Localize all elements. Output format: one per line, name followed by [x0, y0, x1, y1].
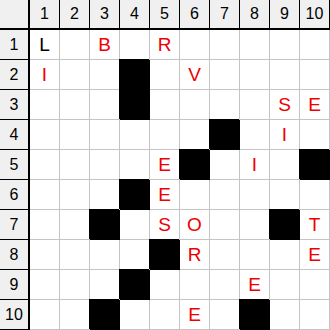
- cell-r10c2[interactable]: [60, 300, 90, 330]
- cell-r9c8[interactable]: E: [240, 270, 270, 300]
- row-header-2: 2: [0, 60, 30, 90]
- cell-r4c9[interactable]: I: [270, 120, 300, 150]
- cell-r2c8[interactable]: [240, 60, 270, 90]
- col-header-6: 6: [180, 0, 210, 30]
- cell-r8c2[interactable]: [60, 240, 90, 270]
- puzzle-board: 123456789101LBR2IV3SE4I5EI6E7SOT8RE9E10E: [0, 0, 330, 330]
- cell-r6c8[interactable]: [240, 180, 270, 210]
- cell-r4c5[interactable]: [150, 120, 180, 150]
- cell-r6c10[interactable]: [300, 180, 330, 210]
- cell-r3c3[interactable]: [90, 90, 120, 120]
- cell-r5c4[interactable]: [120, 150, 150, 180]
- row-header-4: 4: [0, 120, 30, 150]
- cell-r6c3[interactable]: [90, 180, 120, 210]
- cell-r3c6[interactable]: [180, 90, 210, 120]
- cell-r6c7[interactable]: [210, 180, 240, 210]
- row-header-10: 10: [0, 300, 30, 330]
- cell-r2c9[interactable]: [270, 60, 300, 90]
- row-header-1: 1: [0, 30, 30, 60]
- cell-r4c8[interactable]: [240, 120, 270, 150]
- block-r4c7: [210, 120, 240, 150]
- cell-r1c3[interactable]: B: [90, 30, 120, 60]
- cell-r9c6[interactable]: [180, 270, 210, 300]
- cell-r10c1[interactable]: [30, 300, 60, 330]
- cell-r4c6[interactable]: [180, 120, 210, 150]
- cell-r6c6[interactable]: [180, 180, 210, 210]
- cell-r1c4[interactable]: [120, 30, 150, 60]
- block-r5c6: [180, 150, 210, 180]
- cell-r8c7[interactable]: [210, 240, 240, 270]
- col-header-3: 3: [90, 0, 120, 30]
- block-r10c3: [90, 300, 120, 330]
- block-r6c4: [120, 180, 150, 210]
- cell-r9c10[interactable]: [300, 270, 330, 300]
- cell-r2c10[interactable]: [300, 60, 330, 90]
- row-header-6: 6: [0, 180, 30, 210]
- cell-r8c3[interactable]: [90, 240, 120, 270]
- block-r5c10: [300, 150, 330, 180]
- cell-r9c5[interactable]: [150, 270, 180, 300]
- cell-r7c8[interactable]: [240, 210, 270, 240]
- cell-r7c7[interactable]: [210, 210, 240, 240]
- cell-r5c7[interactable]: [210, 150, 240, 180]
- block-r3c4: [120, 90, 150, 120]
- cell-r10c4[interactable]: [120, 300, 150, 330]
- cell-r8c8[interactable]: [240, 240, 270, 270]
- cell-r1c2[interactable]: [60, 30, 90, 60]
- col-header-7: 7: [210, 0, 240, 30]
- cell-r4c4[interactable]: [120, 120, 150, 150]
- row-header-9: 9: [0, 270, 30, 300]
- cell-r1c8[interactable]: [240, 30, 270, 60]
- block-r7c3: [90, 210, 120, 240]
- cell-r6c1[interactable]: [30, 180, 60, 210]
- row-header-5: 5: [0, 150, 30, 180]
- cell-r1c10[interactable]: [300, 30, 330, 60]
- cell-r1c7[interactable]: [210, 30, 240, 60]
- cell-r2c3[interactable]: [90, 60, 120, 90]
- col-header-5: 5: [150, 0, 180, 30]
- cell-r9c9[interactable]: [270, 270, 300, 300]
- cell-r4c10[interactable]: [300, 120, 330, 150]
- cell-r1c9[interactable]: [270, 30, 300, 60]
- cell-r10c10[interactable]: [300, 300, 330, 330]
- col-header-2: 2: [60, 0, 90, 30]
- cell-r5c1[interactable]: [30, 150, 60, 180]
- col-header-10: 10: [300, 0, 330, 30]
- block-r2c4: [120, 60, 150, 90]
- cell-r3c5[interactable]: [150, 90, 180, 120]
- cell-r7c6[interactable]: O: [180, 210, 210, 240]
- cell-r4c3[interactable]: [90, 120, 120, 150]
- cell-r7c1[interactable]: [30, 210, 60, 240]
- cell-r3c2[interactable]: [60, 90, 90, 120]
- row-header-3: 3: [0, 90, 30, 120]
- cell-r5c2[interactable]: [60, 150, 90, 180]
- cell-r4c2[interactable]: [60, 120, 90, 150]
- cell-r5c8[interactable]: I: [240, 150, 270, 180]
- col-header-9: 9: [270, 0, 300, 30]
- cell-r10c9[interactable]: [270, 300, 300, 330]
- cell-r9c3[interactable]: [90, 270, 120, 300]
- cell-r1c1[interactable]: L: [30, 30, 60, 60]
- cell-r2c1[interactable]: I: [30, 60, 60, 90]
- cell-r3c7[interactable]: [210, 90, 240, 120]
- col-header-1: 1: [30, 0, 60, 30]
- cell-r8c6[interactable]: R: [180, 240, 210, 270]
- cell-r7c10[interactable]: T: [300, 210, 330, 240]
- cell-r7c2[interactable]: [60, 210, 90, 240]
- cell-r8c1[interactable]: [30, 240, 60, 270]
- block-r10c8: [240, 300, 270, 330]
- block-r7c9: [270, 210, 300, 240]
- cell-r6c2[interactable]: [60, 180, 90, 210]
- cell-r8c4[interactable]: [120, 240, 150, 270]
- row-header-8: 8: [0, 240, 30, 270]
- cell-r10c7[interactable]: [210, 300, 240, 330]
- cell-r3c8[interactable]: [240, 90, 270, 120]
- corner-cell: [0, 0, 30, 30]
- cell-r1c5[interactable]: R: [150, 30, 180, 60]
- cell-r3c1[interactable]: [30, 90, 60, 120]
- block-r8c5: [150, 240, 180, 270]
- cell-r10c6[interactable]: E: [180, 300, 210, 330]
- cell-r7c5[interactable]: S: [150, 210, 180, 240]
- cell-r2c2[interactable]: [60, 60, 90, 90]
- cell-r10c5[interactable]: [150, 300, 180, 330]
- cell-r3c9[interactable]: S: [270, 90, 300, 120]
- cell-r5c5[interactable]: E: [150, 150, 180, 180]
- cell-r9c1[interactable]: [30, 270, 60, 300]
- cell-r5c9[interactable]: [270, 150, 300, 180]
- cell-r2c5[interactable]: [150, 60, 180, 90]
- cell-r8c10[interactable]: E: [300, 240, 330, 270]
- cell-r1c6[interactable]: [180, 30, 210, 60]
- cell-r8c9[interactable]: [270, 240, 300, 270]
- cell-r9c2[interactable]: [60, 270, 90, 300]
- block-r9c4: [120, 270, 150, 300]
- col-header-4: 4: [120, 0, 150, 30]
- cell-r6c9[interactable]: [270, 180, 300, 210]
- cell-r6c5[interactable]: E: [150, 180, 180, 210]
- cell-r4c1[interactable]: [30, 120, 60, 150]
- cell-r2c6[interactable]: V: [180, 60, 210, 90]
- cell-r5c3[interactable]: [90, 150, 120, 180]
- cell-r9c7[interactable]: [210, 270, 240, 300]
- row-header-7: 7: [0, 210, 30, 240]
- cell-r7c4[interactable]: [120, 210, 150, 240]
- cell-r2c7[interactable]: [210, 60, 240, 90]
- cell-r3c10[interactable]: E: [300, 90, 330, 120]
- col-header-8: 8: [240, 0, 270, 30]
